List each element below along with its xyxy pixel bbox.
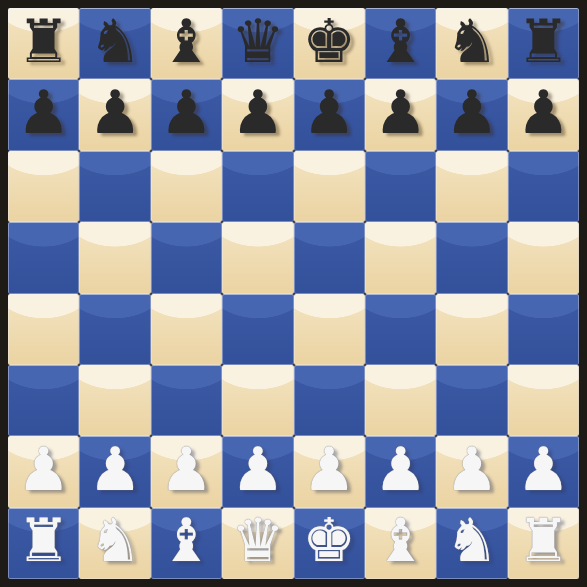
square-f4[interactable] — [365, 294, 436, 365]
square-h5[interactable] — [508, 222, 579, 293]
piece-white-pawn[interactable]: ♟ — [88, 439, 142, 499]
square-e5[interactable] — [294, 222, 365, 293]
piece-black-pawn[interactable]: ♟ — [445, 82, 499, 142]
piece-black-pawn[interactable]: ♟ — [374, 82, 428, 142]
piece-white-bishop[interactable]: ♝ — [374, 510, 428, 570]
piece-black-rook[interactable]: ♜ — [516, 11, 570, 71]
piece-white-pawn[interactable]: ♟ — [302, 439, 356, 499]
square-g4[interactable] — [436, 294, 507, 365]
square-b1[interactable]: ♞ — [79, 508, 150, 579]
board-frame: ♜♞♝♛♚♝♞♜♟♟♟♟♟♟♟♟♟♟♟♟♟♟♟♟♜♞♝♛♚♝♞♜ — [0, 0, 587, 587]
square-c8[interactable]: ♝ — [151, 8, 222, 79]
square-h6[interactable] — [508, 151, 579, 222]
square-d7[interactable]: ♟ — [222, 79, 293, 150]
square-c2[interactable]: ♟ — [151, 436, 222, 507]
piece-black-bishop[interactable]: ♝ — [160, 11, 214, 71]
piece-white-pawn[interactable]: ♟ — [516, 439, 570, 499]
piece-black-pawn[interactable]: ♟ — [516, 82, 570, 142]
piece-white-pawn[interactable]: ♟ — [374, 439, 428, 499]
square-g8[interactable]: ♞ — [436, 8, 507, 79]
square-e2[interactable]: ♟ — [294, 436, 365, 507]
square-f3[interactable] — [365, 365, 436, 436]
square-c5[interactable] — [151, 222, 222, 293]
piece-black-pawn[interactable]: ♟ — [88, 82, 142, 142]
square-c1[interactable]: ♝ — [151, 508, 222, 579]
square-a1[interactable]: ♜ — [8, 508, 79, 579]
square-d8[interactable]: ♛ — [222, 8, 293, 79]
piece-white-king[interactable]: ♚ — [302, 510, 356, 570]
square-b7[interactable]: ♟ — [79, 79, 150, 150]
square-g6[interactable] — [436, 151, 507, 222]
square-a7[interactable]: ♟ — [8, 79, 79, 150]
square-f5[interactable] — [365, 222, 436, 293]
square-e7[interactable]: ♟ — [294, 79, 365, 150]
square-f7[interactable]: ♟ — [365, 79, 436, 150]
square-a5[interactable] — [8, 222, 79, 293]
piece-black-pawn[interactable]: ♟ — [231, 82, 285, 142]
square-b8[interactable]: ♞ — [79, 8, 150, 79]
square-b6[interactable] — [79, 151, 150, 222]
square-e3[interactable] — [294, 365, 365, 436]
piece-black-knight[interactable]: ♞ — [88, 11, 142, 71]
square-h7[interactable]: ♟ — [508, 79, 579, 150]
square-e1[interactable]: ♚ — [294, 508, 365, 579]
piece-black-king[interactable]: ♚ — [302, 11, 356, 71]
piece-white-rook[interactable]: ♜ — [17, 510, 71, 570]
square-e6[interactable] — [294, 151, 365, 222]
square-a2[interactable]: ♟ — [8, 436, 79, 507]
piece-black-pawn[interactable]: ♟ — [17, 82, 71, 142]
square-h8[interactable]: ♜ — [508, 8, 579, 79]
square-a8[interactable]: ♜ — [8, 8, 79, 79]
square-g3[interactable] — [436, 365, 507, 436]
square-b4[interactable] — [79, 294, 150, 365]
piece-white-queen[interactable]: ♛ — [231, 510, 285, 570]
square-e8[interactable]: ♚ — [294, 8, 365, 79]
piece-white-bishop[interactable]: ♝ — [160, 510, 214, 570]
square-h3[interactable] — [508, 365, 579, 436]
square-d6[interactable] — [222, 151, 293, 222]
square-b3[interactable] — [79, 365, 150, 436]
square-a3[interactable] — [8, 365, 79, 436]
square-c4[interactable] — [151, 294, 222, 365]
piece-white-pawn[interactable]: ♟ — [231, 439, 285, 499]
square-c3[interactable] — [151, 365, 222, 436]
piece-white-pawn[interactable]: ♟ — [445, 439, 499, 499]
square-g5[interactable] — [436, 222, 507, 293]
piece-white-pawn[interactable]: ♟ — [160, 439, 214, 499]
piece-black-pawn[interactable]: ♟ — [302, 82, 356, 142]
piece-white-pawn[interactable]: ♟ — [17, 439, 71, 499]
piece-black-rook[interactable]: ♜ — [17, 11, 71, 71]
square-g1[interactable]: ♞ — [436, 508, 507, 579]
square-b5[interactable] — [79, 222, 150, 293]
square-c7[interactable]: ♟ — [151, 79, 222, 150]
square-h4[interactable] — [508, 294, 579, 365]
piece-white-knight[interactable]: ♞ — [445, 510, 499, 570]
square-a6[interactable] — [8, 151, 79, 222]
square-f2[interactable]: ♟ — [365, 436, 436, 507]
square-d5[interactable] — [222, 222, 293, 293]
square-d4[interactable] — [222, 294, 293, 365]
square-c6[interactable] — [151, 151, 222, 222]
square-d1[interactable]: ♛ — [222, 508, 293, 579]
piece-black-pawn[interactable]: ♟ — [160, 82, 214, 142]
square-d3[interactable] — [222, 365, 293, 436]
square-a4[interactable] — [8, 294, 79, 365]
square-h2[interactable]: ♟ — [508, 436, 579, 507]
square-f1[interactable]: ♝ — [365, 508, 436, 579]
square-e4[interactable] — [294, 294, 365, 365]
square-g2[interactable]: ♟ — [436, 436, 507, 507]
piece-white-rook[interactable]: ♜ — [516, 510, 570, 570]
square-d2[interactable]: ♟ — [222, 436, 293, 507]
square-h1[interactable]: ♜ — [508, 508, 579, 579]
square-f8[interactable]: ♝ — [365, 8, 436, 79]
piece-white-knight[interactable]: ♞ — [88, 510, 142, 570]
chess-board: ♜♞♝♛♚♝♞♜♟♟♟♟♟♟♟♟♟♟♟♟♟♟♟♟♜♞♝♛♚♝♞♜ — [8, 8, 579, 579]
piece-black-knight[interactable]: ♞ — [445, 11, 499, 71]
piece-black-bishop[interactable]: ♝ — [374, 11, 428, 71]
square-f6[interactable] — [365, 151, 436, 222]
square-b2[interactable]: ♟ — [79, 436, 150, 507]
piece-black-queen[interactable]: ♛ — [231, 11, 285, 71]
square-g7[interactable]: ♟ — [436, 79, 507, 150]
